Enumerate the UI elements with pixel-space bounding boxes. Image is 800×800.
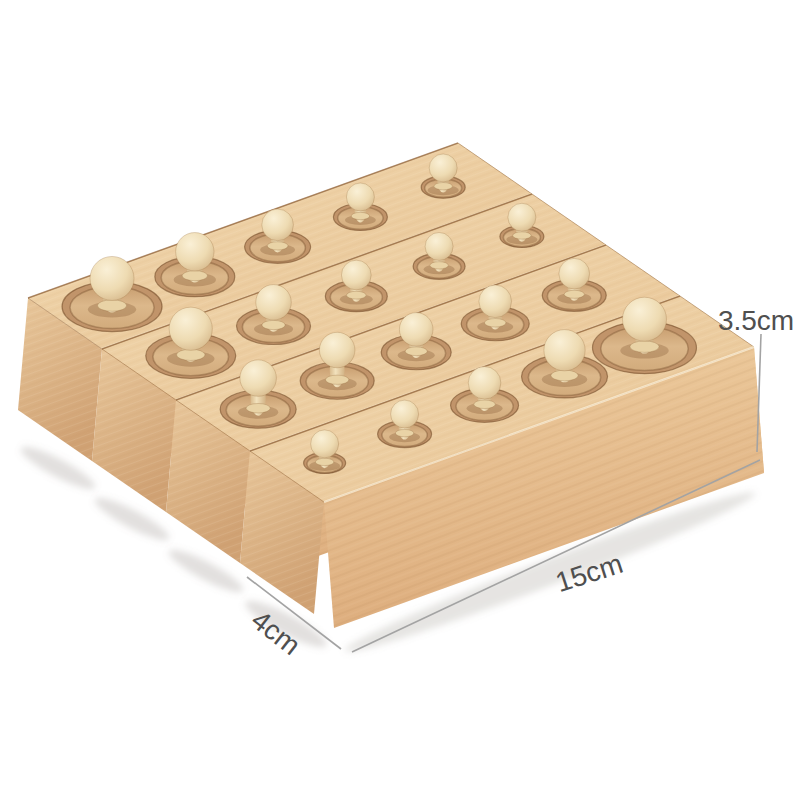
knob-flange bbox=[176, 349, 205, 360]
knob-flange bbox=[98, 300, 127, 311]
knob-ball bbox=[559, 258, 590, 289]
knob-ball bbox=[262, 209, 294, 241]
knob-flange bbox=[430, 262, 448, 269]
product-photo-stage: 3.5cm 15cm 4cm bbox=[0, 0, 800, 800]
knob-ball bbox=[468, 367, 501, 400]
knob-flange bbox=[395, 429, 413, 436]
knob-ball bbox=[176, 233, 214, 271]
knob-flange bbox=[182, 271, 207, 281]
knob-ball bbox=[319, 332, 355, 368]
knob-flange bbox=[246, 403, 270, 412]
knob-flange bbox=[351, 212, 369, 219]
knob-ball bbox=[622, 297, 666, 341]
knob-ball bbox=[425, 232, 453, 260]
cylinder-blocks-photo: 3.5cm 15cm 4cm bbox=[0, 0, 800, 800]
knob-ball bbox=[399, 313, 433, 347]
knob-ball bbox=[479, 285, 512, 318]
knob-flange bbox=[564, 290, 584, 298]
knob-flange bbox=[325, 375, 348, 384]
knob-ball bbox=[508, 203, 536, 231]
knob-flange bbox=[262, 320, 285, 329]
knob-flange bbox=[513, 232, 531, 239]
knob-ball bbox=[90, 256, 134, 300]
knob-flange bbox=[434, 183, 452, 190]
knob-flange bbox=[346, 291, 366, 299]
knob-flange bbox=[551, 370, 578, 381]
knob-flange bbox=[315, 458, 333, 465]
knob-ball bbox=[544, 330, 585, 371]
knob-flange bbox=[630, 341, 659, 352]
knob-flange bbox=[405, 347, 427, 356]
knob-ball bbox=[341, 260, 371, 290]
height-dimension-label: 3.5cm bbox=[718, 305, 794, 336]
knob-flange bbox=[267, 242, 288, 250]
knob-ball bbox=[429, 154, 457, 182]
knob-ball bbox=[346, 183, 374, 211]
knob-ball bbox=[169, 307, 212, 350]
knob-flange bbox=[484, 319, 506, 327]
knob-flange bbox=[474, 400, 496, 408]
knob-ball bbox=[311, 430, 339, 458]
knob-ball bbox=[256, 285, 292, 321]
knob-ball bbox=[391, 400, 419, 428]
knob-ball bbox=[240, 360, 276, 396]
